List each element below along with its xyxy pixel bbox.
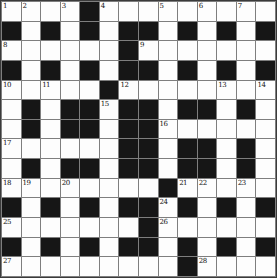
- cell-r1c12[interactable]: [217, 2, 236, 21]
- cell-r3c14[interactable]: [256, 41, 275, 60]
- cell-r12c10[interactable]: [178, 218, 197, 237]
- clue-number-22: 22: [199, 179, 207, 187]
- cell-r5c2[interactable]: [22, 81, 41, 100]
- cell-r6c5-block: [80, 100, 99, 119]
- crossword-grid: 1234567891011121314151617181920212223242…: [0, 0, 277, 278]
- cell-r14c12[interactable]: [217, 257, 236, 276]
- cell-r4c1-block: [2, 61, 21, 80]
- cell-r11c2[interactable]: [22, 198, 41, 217]
- cell-r1c7[interactable]: [119, 2, 138, 21]
- cell-r3c12[interactable]: [217, 41, 236, 60]
- cell-r10c3[interactable]: [41, 179, 60, 198]
- cell-r7c7-block: [119, 120, 138, 139]
- cell-r5c1[interactable]: 10: [2, 81, 21, 100]
- cell-r4c13[interactable]: [237, 61, 256, 80]
- clue-number-25: 25: [3, 218, 11, 226]
- cell-r8c8-block: [139, 139, 158, 158]
- cell-r14c7[interactable]: [119, 257, 138, 276]
- cell-r8c1[interactable]: 17: [2, 139, 21, 158]
- cell-r3c9[interactable]: [159, 41, 178, 60]
- cell-r6c7-block: [119, 100, 138, 119]
- cell-r4c2[interactable]: [22, 61, 41, 80]
- cell-r2c8-block: [139, 22, 158, 41]
- clue-number-2: 2: [23, 2, 27, 10]
- cell-r5c13[interactable]: [237, 81, 256, 100]
- cell-r14c14[interactable]: [256, 257, 275, 276]
- cell-r7c1[interactable]: [2, 120, 21, 139]
- cell-r11c4[interactable]: [61, 198, 80, 217]
- cell-r13c4[interactable]: [61, 238, 80, 257]
- cell-r4c5-block: [80, 61, 99, 80]
- cell-r2c4[interactable]: [61, 22, 80, 41]
- clue-number-24: 24: [160, 198, 168, 206]
- cell-r8c5[interactable]: [80, 139, 99, 158]
- cell-r6c3[interactable]: [41, 100, 60, 119]
- cell-r14c6[interactable]: [100, 257, 119, 276]
- cell-r3c5[interactable]: [80, 41, 99, 60]
- cell-r4c12-block: [217, 61, 236, 80]
- cell-r3c10[interactable]: [178, 41, 197, 60]
- cell-r14c11[interactable]: 28: [198, 257, 217, 276]
- cell-r12c8-block: [139, 218, 158, 237]
- cell-r2c3-block: [41, 22, 60, 41]
- cell-r14c3[interactable]: [41, 257, 60, 276]
- cell-r4c3-block: [41, 61, 60, 80]
- cell-r7c13[interactable]: [237, 120, 256, 139]
- cell-r7c8-block: [139, 120, 158, 139]
- cell-r14c8[interactable]: [139, 257, 158, 276]
- cell-r9c14[interactable]: [256, 159, 275, 178]
- cell-r13c14-block: [256, 238, 275, 257]
- cell-r1c6[interactable]: 4: [100, 2, 119, 21]
- cell-r8c11-block: [198, 139, 217, 158]
- cell-r8c14[interactable]: [256, 139, 275, 158]
- clue-number-7: 7: [238, 2, 242, 10]
- cell-r9c5-block: [80, 159, 99, 178]
- clue-number-18: 18: [3, 179, 11, 187]
- cell-r13c11[interactable]: [198, 238, 217, 257]
- cell-r4c8-block: [139, 61, 158, 80]
- cell-r14c2[interactable]: [22, 257, 41, 276]
- clue-number-8: 8: [3, 41, 7, 49]
- cell-r2c12-block: [217, 22, 236, 41]
- cell-r9c10-block: [178, 159, 197, 178]
- cell-r3c3[interactable]: [41, 41, 60, 60]
- cell-r6c10-block: [178, 100, 197, 119]
- clue-number-9: 9: [140, 41, 144, 49]
- cell-r1c13[interactable]: 7: [237, 2, 256, 21]
- cell-r10c11[interactable]: 22: [198, 179, 217, 198]
- cell-r2c11[interactable]: [198, 22, 217, 41]
- cell-r8c9[interactable]: [159, 139, 178, 158]
- cell-r12c9[interactable]: 26: [159, 218, 178, 237]
- cell-r3c13[interactable]: [237, 41, 256, 60]
- cell-r5c5[interactable]: [80, 81, 99, 100]
- cell-r10c5[interactable]: [80, 179, 99, 198]
- cell-r13c5-block: [80, 238, 99, 257]
- cell-r3c8[interactable]: 9: [139, 41, 158, 60]
- cell-r14c13[interactable]: [237, 257, 256, 276]
- cell-r1c1[interactable]: 1: [2, 2, 21, 21]
- cell-r4c6[interactable]: [100, 61, 119, 80]
- cell-r12c14[interactable]: [256, 218, 275, 237]
- cell-r12c13[interactable]: [237, 218, 256, 237]
- cell-r11c1-block: [2, 198, 21, 217]
- cell-r9c8-block: [139, 159, 158, 178]
- clue-number-19: 19: [23, 179, 31, 187]
- cell-r7c10[interactable]: [178, 120, 197, 139]
- cell-r7c12[interactable]: [217, 120, 236, 139]
- cell-r7c5-block: [80, 120, 99, 139]
- cell-r6c1[interactable]: [2, 100, 21, 119]
- clue-number-17: 17: [3, 139, 11, 147]
- cell-r8c10-block: [178, 139, 197, 158]
- cell-r1c14[interactable]: [256, 2, 275, 21]
- clue-number-13: 13: [218, 81, 226, 89]
- cell-r10c7[interactable]: [119, 179, 138, 198]
- cell-r10c4[interactable]: 20: [61, 179, 80, 198]
- cell-r1c11[interactable]: 6: [198, 2, 217, 21]
- cell-r11c11[interactable]: [198, 198, 217, 217]
- cell-r13c3-block: [41, 238, 60, 257]
- cell-r11c14-block: [256, 198, 275, 217]
- clue-number-16: 16: [160, 120, 168, 128]
- cell-r9c4-block: [61, 159, 80, 178]
- cell-r7c3[interactable]: [41, 120, 60, 139]
- cell-r6c11-block: [198, 100, 217, 119]
- cell-r13c1-block: [2, 238, 21, 257]
- cell-r10c2[interactable]: 19: [22, 179, 41, 198]
- cell-r3c6[interactable]: [100, 41, 119, 60]
- clue-number-12: 12: [120, 81, 128, 89]
- clue-number-5: 5: [160, 2, 164, 10]
- cell-r5c4[interactable]: [61, 81, 80, 100]
- cell-r10c14[interactable]: [256, 179, 275, 198]
- cell-r2c6[interactable]: [100, 22, 119, 41]
- cell-r12c11[interactable]: [198, 218, 217, 237]
- cell-r2c14-block: [256, 22, 275, 41]
- cell-r5c12[interactable]: 13: [217, 81, 236, 100]
- clue-number-20: 20: [62, 179, 70, 187]
- cell-r1c9[interactable]: 5: [159, 2, 178, 21]
- cell-r10c13[interactable]: 23: [237, 179, 256, 198]
- cell-r7c11[interactable]: [198, 120, 217, 139]
- cell-r13c9[interactable]: [159, 238, 178, 257]
- cell-r8c6[interactable]: [100, 139, 119, 158]
- cell-r7c4-block: [61, 120, 80, 139]
- cell-r11c12-block: [217, 198, 236, 217]
- cell-r2c7-block: [119, 22, 138, 41]
- cell-r8c12[interactable]: [217, 139, 236, 158]
- cell-r4c9[interactable]: [159, 61, 178, 80]
- cell-r14c4[interactable]: [61, 257, 80, 276]
- cell-r8c13-block: [237, 139, 256, 158]
- cell-r3c7-block: [119, 41, 138, 60]
- cell-r11c13[interactable]: [237, 198, 256, 217]
- cell-r5c8[interactable]: [139, 81, 158, 100]
- clue-number-14: 14: [257, 81, 265, 89]
- cell-r5c10[interactable]: [178, 81, 197, 100]
- cell-r10c10[interactable]: 21: [178, 179, 197, 198]
- cell-r7c6[interactable]: [100, 120, 119, 139]
- cell-r14c10-block: [178, 257, 197, 276]
- cell-r4c11[interactable]: [198, 61, 217, 80]
- cell-r9c13-block: [237, 159, 256, 178]
- cell-r10c12[interactable]: [217, 179, 236, 198]
- cell-r6c14[interactable]: [256, 100, 275, 119]
- cell-r4c10-block: [178, 61, 197, 80]
- cell-r5c6-block: [100, 81, 119, 100]
- cell-r1c5-block: [80, 2, 99, 21]
- cell-r10c8[interactable]: [139, 179, 158, 198]
- cell-r6c6[interactable]: 15: [100, 100, 119, 119]
- cell-r14c1[interactable]: 27: [2, 257, 21, 276]
- cell-r9c6[interactable]: [100, 159, 119, 178]
- clue-number-28: 28: [199, 257, 207, 265]
- cell-r7c2-block: [22, 120, 41, 139]
- cell-r12c4[interactable]: [61, 218, 80, 237]
- cell-r11c9[interactable]: 24: [159, 198, 178, 217]
- cell-r11c7-block: [119, 198, 138, 217]
- cell-r5c14[interactable]: 14: [256, 81, 275, 100]
- cell-r4c7-block: [119, 61, 138, 80]
- cell-r6c9[interactable]: [159, 100, 178, 119]
- cell-r5c3[interactable]: 11: [41, 81, 60, 100]
- cell-r8c7-block: [119, 139, 138, 158]
- clue-number-6: 6: [199, 2, 203, 10]
- clue-number-21: 21: [179, 179, 187, 187]
- cell-r9c2-block: [22, 159, 41, 178]
- cell-r2c2[interactable]: [22, 22, 41, 41]
- cell-r14c5[interactable]: [80, 257, 99, 276]
- cell-r13c10-block: [178, 238, 197, 257]
- cell-r1c3[interactable]: [41, 2, 60, 21]
- cell-r6c13-block: [237, 100, 256, 119]
- crossword-puzzle: 1234567891011121314151617181920212223242…: [0, 0, 277, 278]
- cell-r13c6[interactable]: [100, 238, 119, 257]
- cell-r9c9[interactable]: [159, 159, 178, 178]
- cell-r10c6[interactable]: [100, 179, 119, 198]
- cell-r7c9[interactable]: 16: [159, 120, 178, 139]
- cell-r2c13[interactable]: [237, 22, 256, 41]
- cell-r1c8[interactable]: [139, 2, 158, 21]
- cell-r12c5[interactable]: [80, 218, 99, 237]
- cell-r8c3[interactable]: [41, 139, 60, 158]
- cell-r13c2[interactable]: [22, 238, 41, 257]
- cell-r2c9[interactable]: [159, 22, 178, 41]
- cell-r6c8-block: [139, 100, 158, 119]
- cell-r5c9[interactable]: [159, 81, 178, 100]
- clue-number-26: 26: [160, 218, 168, 226]
- cell-r12c7[interactable]: [119, 218, 138, 237]
- clue-number-3: 3: [62, 2, 66, 10]
- cell-r11c6[interactable]: [100, 198, 119, 217]
- cell-r11c8-block: [139, 198, 158, 217]
- cell-r12c12[interactable]: [217, 218, 236, 237]
- cell-r9c12[interactable]: [217, 159, 236, 178]
- cell-r3c1[interactable]: 8: [2, 41, 21, 60]
- cell-r7c14[interactable]: [256, 120, 275, 139]
- cell-r8c4[interactable]: [61, 139, 80, 158]
- cell-r2c1-block: [2, 22, 21, 41]
- cell-r6c12[interactable]: [217, 100, 236, 119]
- cell-r5c7[interactable]: 12: [119, 81, 138, 100]
- cell-r13c13[interactable]: [237, 238, 256, 257]
- clue-number-11: 11: [42, 81, 50, 89]
- cell-r9c7-block: [119, 159, 138, 178]
- cell-r13c7-block: [119, 238, 138, 257]
- cell-r13c12-block: [217, 238, 236, 257]
- cell-r4c4[interactable]: [61, 61, 80, 80]
- cell-r11c5-block: [80, 198, 99, 217]
- cell-r3c4[interactable]: [61, 41, 80, 60]
- cell-r9c3[interactable]: [41, 159, 60, 178]
- cell-r12c6[interactable]: [100, 218, 119, 237]
- cell-r10c9-block: [159, 179, 178, 198]
- cell-r1c4[interactable]: 3: [61, 2, 80, 21]
- cell-r12c3[interactable]: [41, 218, 60, 237]
- cell-r6c2-block: [22, 100, 41, 119]
- cell-r4c14-block: [256, 61, 275, 80]
- cell-r3c11[interactable]: [198, 41, 217, 60]
- cell-r11c3-block: [41, 198, 60, 217]
- cell-r12c1[interactable]: 25: [2, 218, 21, 237]
- clue-number-1: 1: [3, 2, 7, 10]
- cell-r8c2[interactable]: [22, 139, 41, 158]
- cell-r14c9[interactable]: [159, 257, 178, 276]
- clue-number-10: 10: [3, 81, 11, 89]
- cell-r2c5-block: [80, 22, 99, 41]
- cell-r3c2[interactable]: [22, 41, 41, 60]
- cell-r6c4-block: [61, 100, 80, 119]
- cell-r9c1[interactable]: [2, 159, 21, 178]
- cell-r13c8-block: [139, 238, 158, 257]
- cell-r11c10-block: [178, 198, 197, 217]
- cell-r1c2[interactable]: 2: [22, 2, 41, 21]
- clue-number-15: 15: [101, 100, 109, 108]
- cell-r10c1[interactable]: 18: [2, 179, 21, 198]
- clue-number-27: 27: [3, 257, 11, 265]
- clue-number-23: 23: [238, 179, 246, 187]
- cell-r2c10-block: [178, 22, 197, 41]
- clue-number-4: 4: [101, 2, 105, 10]
- cell-r9c11-block: [198, 159, 217, 178]
- cell-r5c11[interactable]: [198, 81, 217, 100]
- cell-r12c2[interactable]: [22, 218, 41, 237]
- cell-r1c10[interactable]: [178, 2, 197, 21]
